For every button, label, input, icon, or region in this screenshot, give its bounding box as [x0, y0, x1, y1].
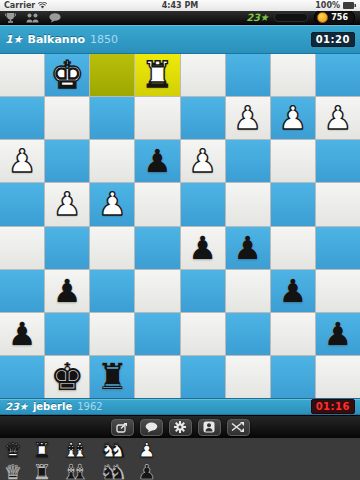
square-f3[interactable] — [90, 140, 134, 182]
square-h6[interactable] — [0, 270, 44, 312]
piece-wP[interactable]: ♟ — [188, 141, 217, 181]
captured-group: ♝♝ — [62, 439, 89, 461]
piece-bP[interactable]: ♟ — [8, 314, 37, 354]
square-b3[interactable] — [271, 140, 315, 182]
chat-bubble-icon — [145, 422, 158, 433]
square-f8[interactable]: ♜ — [90, 356, 134, 398]
piece-wR: ♜ — [33, 439, 51, 461]
captured-pieces-tray: ♛♜♝♝♞♞♟ ♛♜♝♝♞♞♟ — [0, 438, 360, 480]
square-g8[interactable]: ♚ — [45, 356, 89, 398]
piece-wQ: ♛ — [4, 439, 22, 461]
square-a4[interactable] — [316, 183, 360, 225]
piece-bP[interactable]: ♟ — [143, 141, 172, 181]
captured-white-row: ♛♜♝♝♞♞♟ — [4, 439, 360, 461]
square-a7[interactable]: ♟ — [316, 313, 360, 355]
square-a2[interactable]: ♟ — [316, 97, 360, 139]
square-d6[interactable] — [181, 270, 225, 312]
square-f1[interactable] — [90, 54, 134, 96]
piece-wB: ♝ — [71, 439, 89, 461]
share-icon — [116, 422, 129, 433]
square-g3[interactable] — [45, 140, 89, 182]
status-bar: Carrier 4:43 PM 100% — [0, 0, 360, 11]
piece-bN: ♞ — [109, 461, 127, 480]
piece-wP: ♟ — [138, 439, 156, 461]
piece-bP[interactable]: ♟ — [53, 271, 82, 311]
square-a8[interactable] — [316, 356, 360, 398]
square-g6[interactable]: ♟ — [45, 270, 89, 312]
opponent-name: Balkanno — [28, 33, 86, 46]
piece-bK[interactable]: ♚ — [50, 357, 84, 397]
gear-icon — [174, 421, 186, 433]
square-c4[interactable] — [226, 183, 270, 225]
captured-group: ♜ — [33, 439, 51, 461]
square-g2[interactable] — [45, 97, 89, 139]
square-a5[interactable] — [316, 227, 360, 269]
square-b6[interactable]: ♟ — [271, 270, 315, 312]
piece-bR: ♜ — [33, 461, 51, 480]
clock-time: 4:43 PM — [0, 1, 360, 10]
square-f4[interactable]: ♟ — [90, 183, 134, 225]
square-b4[interactable] — [271, 183, 315, 225]
square-f2[interactable] — [90, 97, 134, 139]
piece-bQ: ♛ — [4, 461, 22, 480]
captured-group: ♜ — [33, 461, 51, 480]
square-b7[interactable] — [271, 313, 315, 355]
square-d7[interactable] — [181, 313, 225, 355]
square-e3[interactable]: ♟ — [135, 140, 179, 182]
chess-board[interactable]: ♚♜♟♟♟♟♟♟♟♟♟♟♟♟♟♟♚♜ — [0, 54, 360, 398]
square-g7[interactable] — [45, 313, 89, 355]
piece-wP[interactable]: ♟ — [8, 141, 37, 181]
square-c7[interactable] — [226, 313, 270, 355]
square-h8[interactable] — [0, 356, 44, 398]
captured-group: ♛ — [4, 439, 22, 461]
piece-wP[interactable]: ♟ — [98, 184, 127, 224]
square-g1[interactable]: ♚ — [45, 54, 89, 96]
square-e4[interactable] — [135, 183, 179, 225]
square-h1[interactable] — [0, 54, 44, 96]
xp-progress-bar — [274, 13, 308, 22]
square-d4[interactable] — [181, 183, 225, 225]
game-toolbar — [0, 415, 360, 438]
piece-bP: ♟ — [138, 461, 156, 480]
app-window: Carrier 4:43 PM 100% — [0, 0, 360, 480]
opponent-clock: 01:20 — [311, 32, 355, 47]
square-c1[interactable] — [226, 54, 270, 96]
square-b1[interactable] — [271, 54, 315, 96]
chat-button[interactable] — [140, 419, 163, 436]
captured-group: ♞♞ — [100, 461, 127, 480]
square-d8[interactable] — [181, 356, 225, 398]
piece-wP[interactable]: ♟ — [233, 98, 262, 138]
square-c3[interactable] — [226, 140, 270, 182]
square-g4[interactable]: ♟ — [45, 183, 89, 225]
user-level: 23★ — [5, 401, 28, 412]
user-bar: 23★ jeberle 1962 01:16 — [0, 398, 360, 415]
piece-wP[interactable]: ♟ — [278, 98, 307, 138]
square-a3[interactable] — [316, 140, 360, 182]
trophy-icon[interactable] — [5, 13, 16, 23]
user-clock: 01:16 — [311, 399, 355, 414]
square-c2[interactable]: ♟ — [226, 97, 270, 139]
coin-count: 756 — [331, 13, 348, 22]
user-rating: 1962 — [77, 401, 102, 412]
players-icon[interactable] — [26, 13, 39, 23]
piece-wK[interactable]: ♚ — [50, 55, 84, 95]
captured-group: ♝♝ — [62, 461, 89, 480]
square-d2[interactable] — [181, 97, 225, 139]
square-h3[interactable]: ♟ — [0, 140, 44, 182]
square-d3[interactable]: ♟ — [181, 140, 225, 182]
piece-bP[interactable]: ♟ — [278, 271, 307, 311]
square-f6[interactable] — [90, 270, 134, 312]
square-b8[interactable] — [271, 356, 315, 398]
profile-button[interactable] — [198, 419, 221, 436]
piece-bB: ♝ — [71, 461, 89, 480]
square-e8[interactable] — [135, 356, 179, 398]
chat-icon[interactable] — [49, 13, 61, 23]
coin-icon — [317, 12, 328, 23]
piece-bP[interactable]: ♟ — [233, 228, 262, 268]
square-h5[interactable] — [0, 227, 44, 269]
square-b2[interactable]: ♟ — [271, 97, 315, 139]
user-level-badge: 23★ — [246, 12, 268, 23]
piece-wP[interactable]: ♟ — [324, 98, 353, 138]
square-e5[interactable] — [135, 227, 179, 269]
square-e1[interactable]: ♜ — [135, 54, 179, 96]
square-b5[interactable] — [271, 227, 315, 269]
profile-icon — [203, 421, 215, 433]
square-h7[interactable]: ♟ — [0, 313, 44, 355]
square-c6[interactable] — [226, 270, 270, 312]
piece-wR[interactable]: ♜ — [141, 55, 173, 95]
user-name: jeberle — [33, 401, 72, 412]
captured-group: ♛ — [4, 461, 22, 480]
app-bar: 23★ 756 — [0, 11, 360, 25]
piece-bR[interactable]: ♜ — [96, 357, 128, 397]
captured-group: ♟ — [138, 439, 156, 461]
square-h2[interactable] — [0, 97, 44, 139]
square-e2[interactable] — [135, 97, 179, 139]
coin-badge[interactable]: 756 — [314, 10, 355, 25]
piece-bP[interactable]: ♟ — [324, 314, 353, 354]
square-f5[interactable] — [90, 227, 134, 269]
opponent-level-badge: 1★ — [5, 33, 23, 46]
square-f7[interactable] — [90, 313, 134, 355]
rematch-button[interactable] — [227, 419, 250, 436]
opponent-rating: 1850 — [90, 33, 118, 46]
square-a6[interactable] — [316, 270, 360, 312]
piece-wN: ♞ — [109, 439, 127, 461]
opponent-bar: 1★ Balkanno 1850 01:20 — [0, 25, 360, 54]
square-d1[interactable] — [181, 54, 225, 96]
square-a1[interactable] — [316, 54, 360, 96]
square-e7[interactable] — [135, 313, 179, 355]
square-e6[interactable] — [135, 270, 179, 312]
square-d5[interactable]: ♟ — [181, 227, 225, 269]
share-button[interactable] — [111, 419, 134, 436]
captured-group: ♟ — [138, 461, 156, 480]
shuffle-icon — [231, 422, 245, 432]
square-h4[interactable] — [0, 183, 44, 225]
square-g5[interactable] — [45, 227, 89, 269]
square-c8[interactable] — [226, 356, 270, 398]
piece-wP[interactable]: ♟ — [53, 184, 82, 224]
piece-bP[interactable]: ♟ — [188, 228, 217, 268]
captured-black-row: ♛♜♝♝♞♞♟ — [4, 461, 360, 480]
captured-group: ♞♞ — [100, 439, 127, 461]
settings-button[interactable] — [169, 419, 192, 436]
square-c5[interactable]: ♟ — [226, 227, 270, 269]
